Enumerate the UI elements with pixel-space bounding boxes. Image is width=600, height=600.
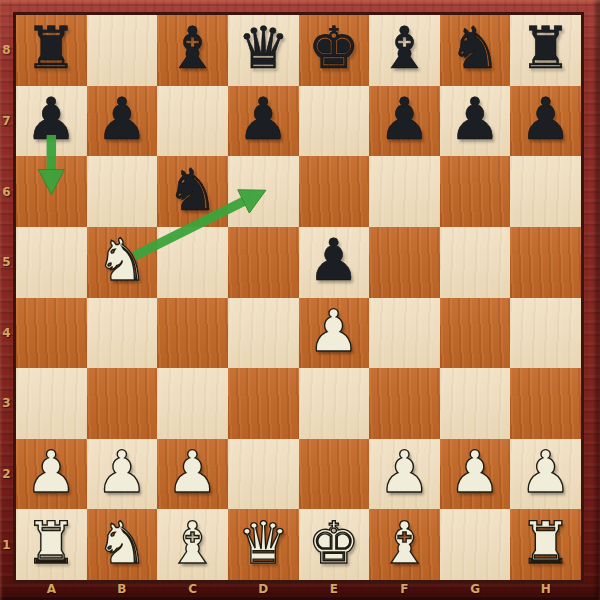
square-d8[interactable]: ♛ <box>228 15 299 86</box>
piece-white-pawn[interactable]: ♟ <box>96 443 148 501</box>
piece-black-pawn[interactable]: ♟ <box>237 90 289 148</box>
piece-black-knight[interactable]: ♞ <box>167 161 219 219</box>
piece-white-pawn[interactable]: ♟ <box>308 302 360 360</box>
square-h6[interactable] <box>510 156 581 227</box>
square-d6[interactable] <box>228 156 299 227</box>
square-d4[interactable] <box>228 298 299 369</box>
piece-black-bishop[interactable]: ♝ <box>167 19 219 77</box>
square-h8[interactable]: ♜ <box>510 15 581 86</box>
rank-label-1: 1 <box>0 509 13 580</box>
square-b1[interactable]: ♞ <box>87 509 158 580</box>
square-a5[interactable] <box>16 227 87 298</box>
square-f3[interactable] <box>369 368 440 439</box>
piece-white-bishop[interactable]: ♝ <box>167 514 219 572</box>
square-b5[interactable]: ♞ <box>87 227 158 298</box>
square-f8[interactable]: ♝ <box>369 15 440 86</box>
rank-labels: 87654321 <box>0 15 13 580</box>
square-f6[interactable] <box>369 156 440 227</box>
square-d2[interactable] <box>228 439 299 510</box>
square-h2[interactable]: ♟ <box>510 439 581 510</box>
square-c6[interactable]: ♞ <box>157 156 228 227</box>
square-g4[interactable] <box>440 298 511 369</box>
piece-black-pawn[interactable]: ♟ <box>96 90 148 148</box>
piece-white-knight[interactable]: ♞ <box>96 231 148 289</box>
square-c4[interactable] <box>157 298 228 369</box>
square-d7[interactable]: ♟ <box>228 86 299 157</box>
square-d1[interactable]: ♛ <box>228 509 299 580</box>
piece-white-bishop[interactable]: ♝ <box>378 514 430 572</box>
square-a4[interactable] <box>16 298 87 369</box>
piece-white-knight[interactable]: ♞ <box>96 514 148 572</box>
square-c2[interactable]: ♟ <box>157 439 228 510</box>
rank-label-4: 4 <box>0 298 13 369</box>
square-b3[interactable] <box>87 368 158 439</box>
piece-white-pawn[interactable]: ♟ <box>378 443 430 501</box>
square-c7[interactable] <box>157 86 228 157</box>
piece-white-rook[interactable]: ♜ <box>520 514 572 572</box>
piece-black-king[interactable]: ♚ <box>308 19 360 77</box>
piece-black-knight[interactable]: ♞ <box>449 19 501 77</box>
piece-black-pawn[interactable]: ♟ <box>449 90 501 148</box>
square-b6[interactable] <box>87 156 158 227</box>
square-c1[interactable]: ♝ <box>157 509 228 580</box>
board-frame: ♜♝♛♚♝♞♜♟♟♟♟♟♟♞♞♟♟♟♟♟♟♟♟♜♞♝♛♚♝♜ <box>13 12 584 583</box>
piece-black-pawn[interactable]: ♟ <box>378 90 430 148</box>
square-f1[interactable]: ♝ <box>369 509 440 580</box>
square-b8[interactable] <box>87 15 158 86</box>
square-f5[interactable] <box>369 227 440 298</box>
square-f2[interactable]: ♟ <box>369 439 440 510</box>
piece-white-pawn[interactable]: ♟ <box>25 443 77 501</box>
square-e7[interactable] <box>299 86 370 157</box>
square-c5[interactable] <box>157 227 228 298</box>
piece-black-rook[interactable]: ♜ <box>520 19 572 77</box>
square-g1[interactable] <box>440 509 511 580</box>
rank-label-2: 2 <box>0 439 13 510</box>
square-h5[interactable] <box>510 227 581 298</box>
chess-board: ♜♝♛♚♝♞♜♟♟♟♟♟♟♞♞♟♟♟♟♟♟♟♟♜♞♝♛♚♝♜ <box>16 15 581 580</box>
square-e3[interactable] <box>299 368 370 439</box>
square-a8[interactable]: ♜ <box>16 15 87 86</box>
square-d5[interactable] <box>228 227 299 298</box>
square-f4[interactable] <box>369 298 440 369</box>
square-g6[interactable] <box>440 156 511 227</box>
square-c3[interactable] <box>157 368 228 439</box>
chessboard-widget: 87654321 ABCDEFGH ♜♝♛♚♝♞♜♟♟♟♟♟♟♞♞♟♟♟♟♟♟♟… <box>0 0 600 600</box>
square-a2[interactable]: ♟ <box>16 439 87 510</box>
square-e1[interactable]: ♚ <box>299 509 370 580</box>
piece-black-queen[interactable]: ♛ <box>237 19 289 77</box>
square-b4[interactable] <box>87 298 158 369</box>
square-g3[interactable] <box>440 368 511 439</box>
piece-black-pawn[interactable]: ♟ <box>520 90 572 148</box>
piece-white-pawn[interactable]: ♟ <box>167 443 219 501</box>
square-h1[interactable]: ♜ <box>510 509 581 580</box>
piece-white-king[interactable]: ♚ <box>308 514 360 572</box>
piece-white-queen[interactable]: ♛ <box>237 514 289 572</box>
square-d3[interactable] <box>228 368 299 439</box>
rank-label-5: 5 <box>0 227 13 298</box>
square-e6[interactable] <box>299 156 370 227</box>
rank-label-6: 6 <box>0 156 13 227</box>
rank-label-3: 3 <box>0 368 13 439</box>
square-e8[interactable]: ♚ <box>299 15 370 86</box>
square-b2[interactable]: ♟ <box>87 439 158 510</box>
square-e2[interactable] <box>299 439 370 510</box>
square-a3[interactable] <box>16 368 87 439</box>
square-g7[interactable]: ♟ <box>440 86 511 157</box>
square-c8[interactable]: ♝ <box>157 15 228 86</box>
piece-white-rook[interactable]: ♜ <box>25 514 77 572</box>
square-g2[interactable]: ♟ <box>440 439 511 510</box>
square-g5[interactable] <box>440 227 511 298</box>
square-e5[interactable]: ♟ <box>299 227 370 298</box>
piece-black-rook[interactable]: ♜ <box>25 19 77 77</box>
piece-black-bishop[interactable]: ♝ <box>378 19 430 77</box>
square-e4[interactable]: ♟ <box>299 298 370 369</box>
rank-label-8: 8 <box>0 15 13 86</box>
piece-white-pawn[interactable]: ♟ <box>520 443 572 501</box>
square-a6[interactable] <box>16 156 87 227</box>
piece-black-pawn[interactable]: ♟ <box>25 90 77 148</box>
square-h3[interactable] <box>510 368 581 439</box>
piece-white-pawn[interactable]: ♟ <box>449 443 501 501</box>
rank-label-7: 7 <box>0 86 13 157</box>
piece-black-pawn[interactable]: ♟ <box>308 231 360 289</box>
square-b7[interactable]: ♟ <box>87 86 158 157</box>
square-f7[interactable]: ♟ <box>369 86 440 157</box>
square-a1[interactable]: ♜ <box>16 509 87 580</box>
square-g8[interactable]: ♞ <box>440 15 511 86</box>
square-a7[interactable]: ♟ <box>16 86 87 157</box>
square-h4[interactable] <box>510 298 581 369</box>
square-h7[interactable]: ♟ <box>510 86 581 157</box>
